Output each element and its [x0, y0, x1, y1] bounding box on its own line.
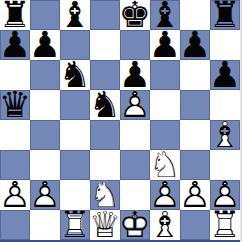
square-h8[interactable]: ♜ — [210, 0, 240, 30]
piece-white-pawn[interactable]: ♟♙ — [119, 90, 151, 120]
square-c3[interactable] — [60, 150, 90, 180]
white-piece-outline-glyph: ♙ — [29, 180, 61, 210]
piece-white-rook[interactable]: ♜♖ — [209, 210, 241, 240]
piece-black-queen[interactable]: ♛ — [0, 90, 31, 120]
black-piece-glyph: ♟ — [179, 30, 211, 60]
square-g2[interactable]: ♟♙ — [180, 180, 210, 210]
white-piece-outline-glyph: ♗ — [209, 120, 241, 150]
piece-white-pawn[interactable]: ♟♙ — [29, 180, 61, 210]
piece-black-knight[interactable]: ♞ — [89, 90, 121, 120]
white-piece-outline-glyph: ♖ — [59, 210, 91, 240]
square-c1[interactable]: ♜♖ — [60, 210, 90, 240]
white-piece-outline-glyph: ♗ — [149, 210, 181, 240]
square-c6[interactable]: ♞ — [60, 60, 90, 90]
square-d8[interactable] — [90, 0, 120, 30]
piece-white-pawn[interactable]: ♟♙ — [0, 180, 31, 210]
square-b5[interactable] — [30, 90, 60, 120]
piece-black-pawn[interactable]: ♟ — [0, 30, 31, 60]
piece-white-bishop[interactable]: ♝♗ — [209, 120, 241, 150]
black-piece-glyph: ♟ — [0, 30, 31, 60]
square-d7[interactable] — [90, 30, 120, 60]
black-piece-glyph: ♝ — [59, 0, 91, 30]
square-g4[interactable] — [180, 120, 210, 150]
piece-black-pawn[interactable]: ♟ — [209, 60, 241, 90]
square-h1[interactable]: ♜♖ — [210, 210, 240, 240]
white-piece-outline-glyph: ♕ — [89, 210, 121, 240]
piece-white-bishop[interactable]: ♝♗ — [149, 210, 181, 240]
white-piece-outline-glyph: ♔ — [119, 210, 151, 240]
white-piece-outline-glyph: ♖ — [209, 210, 241, 240]
piece-black-bishop[interactable]: ♝ — [59, 0, 91, 30]
black-piece-glyph: ♞ — [59, 60, 91, 90]
square-b2[interactable]: ♟♙ — [30, 180, 60, 210]
square-a5[interactable]: ♛ — [0, 90, 30, 120]
black-piece-glyph: ♞ — [89, 90, 121, 120]
black-piece-glyph: ♜ — [209, 0, 241, 30]
black-piece-glyph: ♟ — [149, 30, 181, 60]
square-f1[interactable]: ♝♗ — [150, 210, 180, 240]
square-c8[interactable]: ♝ — [60, 0, 90, 30]
square-h4[interactable]: ♝♗ — [210, 120, 240, 150]
square-d1[interactable]: ♛♕ — [90, 210, 120, 240]
piece-white-rook[interactable]: ♜♖ — [59, 210, 91, 240]
chess-board-frame: ♜♝♚♝♜♟♟♟♟♞♟♟♛♞♟♙♝♗♞♘♟♙♟♙♞♘♟♙♟♙♟♙♜♖♛♕♚♔♝♗… — [0, 0, 242, 242]
piece-black-knight[interactable]: ♞ — [59, 60, 91, 90]
piece-black-pawn[interactable]: ♟ — [179, 30, 211, 60]
square-e3[interactable] — [120, 150, 150, 180]
square-e1[interactable]: ♚♔ — [120, 210, 150, 240]
white-piece-outline-glyph: ♙ — [0, 180, 31, 210]
black-piece-glyph: ♟ — [209, 60, 241, 90]
white-piece-outline-glyph: ♙ — [119, 90, 151, 120]
square-a2[interactable]: ♟♙ — [0, 180, 30, 210]
piece-black-pawn[interactable]: ♟ — [29, 30, 61, 60]
square-h6[interactable]: ♟ — [210, 60, 240, 90]
square-f5[interactable] — [150, 90, 180, 120]
piece-white-pawn[interactable]: ♟♙ — [179, 180, 211, 210]
square-f7[interactable]: ♟ — [150, 30, 180, 60]
square-d5[interactable]: ♞ — [90, 90, 120, 120]
piece-white-queen[interactable]: ♛♕ — [89, 210, 121, 240]
square-b7[interactable]: ♟ — [30, 30, 60, 60]
square-g7[interactable]: ♟ — [180, 30, 210, 60]
square-a7[interactable]: ♟ — [0, 30, 30, 60]
piece-white-king[interactable]: ♚♔ — [119, 210, 151, 240]
square-e8[interactable]: ♚ — [120, 0, 150, 30]
square-b4[interactable] — [30, 120, 60, 150]
square-g5[interactable] — [180, 90, 210, 120]
square-e5[interactable]: ♟♙ — [120, 90, 150, 120]
white-piece-outline-glyph: ♙ — [179, 180, 211, 210]
chess-board[interactable]: ♜♝♚♝♜♟♟♟♟♞♟♟♛♞♟♙♝♗♞♘♟♙♟♙♞♘♟♙♟♙♟♙♜♖♛♕♚♔♝♗… — [0, 0, 240, 240]
black-piece-glyph: ♚ — [119, 0, 151, 30]
piece-black-pawn[interactable]: ♟ — [149, 30, 181, 60]
piece-black-rook[interactable]: ♜ — [209, 0, 241, 30]
black-piece-glyph: ♛ — [0, 90, 31, 120]
black-piece-glyph: ♟ — [29, 30, 61, 60]
piece-black-king[interactable]: ♚ — [119, 0, 151, 30]
square-c4[interactable] — [60, 120, 90, 150]
